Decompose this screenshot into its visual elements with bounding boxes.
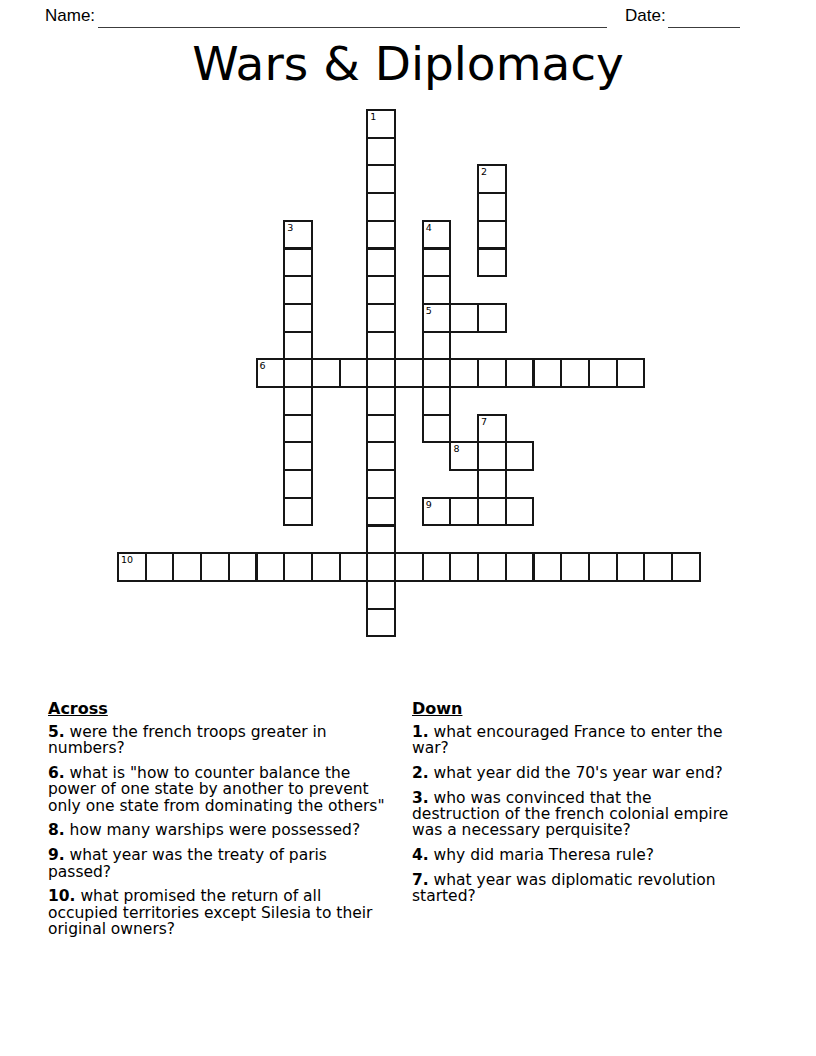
grid-cell[interactable] [366,552,396,582]
grid-cell[interactable] [394,358,424,388]
grid-cell[interactable] [283,441,313,471]
grid-cell[interactable]: 10 [117,552,147,582]
clue-number: 3 [287,222,293,233]
grid-cell[interactable] [172,552,202,582]
clue-item: 5. were the french troops greater innumb… [48,724,410,757]
grid-cell[interactable] [588,358,618,388]
grid-cell[interactable] [366,192,396,222]
grid-cell[interactable] [283,248,313,278]
grid-cell[interactable] [477,552,507,582]
grid-cell[interactable] [145,552,175,582]
clue-item: 2. what year did the 70's year war end? [412,765,798,781]
clue-number: 9 [426,499,432,510]
grid-cell[interactable] [366,331,396,361]
clue-number-label: 5. [48,723,65,741]
clue-item: 8. how many warships were possessed? [48,822,410,838]
clue-text: were the french troops greater innumbers… [48,723,327,757]
grid-cell[interactable] [283,303,313,333]
grid-cell[interactable] [366,220,396,250]
clue-number: 10 [121,554,133,565]
grid-cell[interactable] [422,331,452,361]
grid-cell[interactable] [366,608,396,638]
date-label: Date: [625,6,666,26]
clue-number-label: 8. [48,821,65,839]
clue-number-label: 1. [412,723,429,741]
grid-cell[interactable] [477,303,507,333]
clue-item: 6. what is "how to counter balance thepo… [48,765,410,814]
name-blank-line[interactable] [98,12,607,28]
grid-cell[interactable] [477,220,507,250]
clue-text: what is "how to counter balance thepower… [48,764,385,815]
grid-cell[interactable] [366,497,396,527]
page-title: Wars & Diplomacy [0,38,816,90]
clue-text: how many warships were possessed? [65,821,360,839]
across-clue-list: 5. were the french troops greater innumb… [48,724,410,937]
grid-cell[interactable] [366,414,396,444]
grid-cell[interactable] [533,552,563,582]
grid-cell[interactable] [643,552,673,582]
grid-cell[interactable] [283,275,313,305]
grid-cell[interactable]: 7 [477,414,507,444]
grid-cell[interactable]: 5 [422,303,452,333]
grid-cell[interactable] [339,552,369,582]
grid-cell[interactable] [366,358,396,388]
grid-cell[interactable] [422,414,452,444]
grid-cell[interactable]: 2 [477,164,507,194]
grid-cell[interactable] [228,552,258,582]
grid-cell[interactable] [505,497,535,527]
down-header: Down [412,700,798,717]
clue-number: 5 [426,305,432,316]
clue-number: 6 [260,360,266,371]
grid-cell[interactable] [616,552,646,582]
grid-cell[interactable] [283,386,313,416]
clue-text: what encouraged France to enter thewar? [412,723,722,757]
grid-cell[interactable] [366,303,396,333]
clue-number: 1 [370,111,376,122]
clue-text: what year was the treaty of parispassed? [48,846,327,880]
grid-cell[interactable] [366,386,396,416]
grid-cell[interactable] [588,552,618,582]
grid-cell[interactable] [394,552,424,582]
grid-cell[interactable] [449,552,479,582]
date-blank-line[interactable] [668,12,740,28]
grid-cell[interactable] [505,441,535,471]
grid-cell[interactable] [616,358,646,388]
grid-cell[interactable] [256,552,286,582]
clue-item: 4. why did maria Theresa rule? [412,847,798,863]
grid-cell[interactable] [477,248,507,278]
grid-cell[interactable] [283,552,313,582]
clue-number-label: 6. [48,764,65,782]
across-clues-section: Across 5. were the french troops greater… [48,700,410,946]
grid-cell[interactable] [533,358,563,388]
grid-cell[interactable] [449,497,479,527]
clue-number-label: 2. [412,764,429,782]
grid-cell[interactable] [449,303,479,333]
grid-cell[interactable] [283,414,313,444]
grid-cell[interactable] [505,552,535,582]
grid-cell[interactable] [311,552,341,582]
grid-cell[interactable] [366,164,396,194]
clue-item: 9. what year was the treaty of parispass… [48,847,410,880]
clue-number: 7 [481,416,487,427]
clue-number: 8 [453,443,459,454]
clue-text: what year was diplomatic revolutionstart… [412,871,716,905]
name-label: Name: [45,6,95,26]
clue-number-label: 3. [412,789,429,807]
grid-cell[interactable] [505,358,535,388]
clue-number-label: 4. [412,846,429,864]
grid-cell[interactable] [366,580,396,610]
clue-item: 1. what encouraged France to enter thewa… [412,724,798,757]
grid-cell[interactable] [560,358,590,388]
clue-item: 7. what year was diplomatic revolutionst… [412,872,798,905]
grid-cell[interactable] [366,525,396,555]
clue-number-label: 9. [48,846,65,864]
grid-cell[interactable] [560,552,590,582]
grid-cell[interactable] [339,358,369,388]
clue-item: 10. what promised the return of alloccup… [48,888,410,937]
grid-cell[interactable] [449,358,479,388]
grid-cell[interactable] [671,552,701,582]
grid-cell[interactable]: 3 [283,220,313,250]
grid-cell[interactable]: 1 [366,109,396,139]
grid-cell[interactable] [283,497,313,527]
grid-cell[interactable] [366,248,396,278]
down-clues-section: Down 1. what encouraged France to enter … [412,700,798,913]
clue-number-label: 7. [412,871,429,889]
grid-cell[interactable] [283,358,313,388]
grid-cell[interactable] [422,358,452,388]
grid-cell[interactable] [477,497,507,527]
grid-cell[interactable] [422,386,452,416]
grid-cell[interactable]: 8 [449,441,479,471]
grid-cell[interactable] [283,331,313,361]
grid-cell[interactable] [422,552,452,582]
down-clue-list: 1. what encouraged France to enter thewa… [412,724,798,905]
grid-cell[interactable]: 6 [256,358,286,388]
grid-cell[interactable] [200,552,230,582]
clue-text: what promised the return of alloccupied … [48,887,372,938]
clue-number: 2 [481,166,487,177]
grid-cell[interactable] [477,441,507,471]
grid-cell[interactable] [366,137,396,167]
grid-cell[interactable] [422,248,452,278]
grid-cell[interactable] [477,469,507,499]
clue-text: why did maria Theresa rule? [429,846,654,864]
across-header: Across [48,700,410,717]
grid-cell[interactable] [477,358,507,388]
grid-cell[interactable] [283,469,313,499]
clue-text: what year did the 70's year war end? [429,764,723,782]
clue-number: 4 [426,222,432,233]
clue-number-label: 10. [48,887,75,905]
grid-cell[interactable] [422,275,452,305]
grid-cell[interactable] [477,192,507,222]
crossword-grid: 12345678910 [118,110,700,637]
grid-cell[interactable] [366,275,396,305]
grid-cell[interactable]: 4 [422,220,452,250]
grid-cell[interactable] [366,469,396,499]
grid-cell[interactable] [366,441,396,471]
clue-text: who was convinced that thedestruction of… [412,789,728,840]
clue-item: 3. who was convinced that thedestruction… [412,790,798,839]
grid-cell[interactable]: 9 [422,497,452,527]
grid-cell[interactable] [311,358,341,388]
